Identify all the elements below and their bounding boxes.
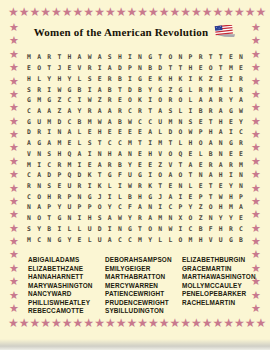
grid-cell[interactable]: W: [54, 84, 64, 95]
grid-cell[interactable]: M: [64, 159, 74, 170]
grid-cell[interactable]: C: [24, 191, 34, 202]
grid-cell[interactable]: D: [74, 170, 84, 181]
grid-cell[interactable]: Y: [105, 202, 115, 213]
grid-cell[interactable]: Y: [44, 73, 54, 84]
grid-cell[interactable]: D: [44, 170, 54, 181]
grid-cell[interactable]: E: [226, 52, 236, 63]
grid-cell[interactable]: E: [64, 63, 74, 74]
grid-cell[interactable]: I: [155, 202, 165, 213]
grid-cell[interactable]: O: [196, 138, 206, 149]
grid-cell[interactable]: P: [64, 191, 74, 202]
grid-cell[interactable]: M: [24, 52, 34, 63]
grid-cell[interactable]: E: [216, 181, 226, 192]
grid-cell[interactable]: M: [34, 95, 44, 106]
grid-cell[interactable]: N: [236, 52, 246, 63]
grid-cell[interactable]: E: [226, 149, 236, 160]
grid-cell[interactable]: C: [64, 116, 74, 127]
grid-cell[interactable]: G: [145, 52, 155, 63]
grid-cell[interactable]: I: [125, 73, 135, 84]
grid-cell[interactable]: Z: [155, 159, 165, 170]
grid-cell[interactable]: O: [34, 213, 44, 224]
grid-cell[interactable]: W: [216, 191, 226, 202]
grid-cell[interactable]: R: [74, 181, 84, 192]
grid-cell[interactable]: T: [155, 52, 165, 63]
grid-cell[interactable]: P: [196, 191, 206, 202]
grid-cell[interactable]: A: [206, 138, 216, 149]
grid-cell[interactable]: R: [135, 106, 145, 117]
grid-cell[interactable]: G: [44, 95, 54, 106]
grid-cell[interactable]: P: [125, 63, 135, 74]
grid-cell[interactable]: M: [54, 138, 64, 149]
grid-cell[interactable]: I: [44, 84, 54, 95]
grid-cell[interactable]: L: [74, 224, 84, 235]
grid-cell[interactable]: S: [185, 116, 195, 127]
grid-cell[interactable]: S: [24, 84, 34, 95]
grid-cell[interactable]: G: [135, 73, 145, 84]
grid-cell[interactable]: G: [105, 170, 115, 181]
grid-cell[interactable]: A: [74, 149, 84, 160]
grid-cell[interactable]: H: [226, 191, 236, 202]
grid-cell[interactable]: A: [216, 159, 226, 170]
grid-cell[interactable]: T: [206, 181, 216, 192]
grid-cell[interactable]: R: [216, 95, 226, 106]
grid-cell[interactable]: O: [175, 127, 185, 138]
grid-cell[interactable]: A: [115, 149, 125, 160]
grid-cell[interactable]: W: [115, 213, 125, 224]
grid-cell[interactable]: H: [24, 73, 34, 84]
grid-cell[interactable]: K: [135, 95, 145, 106]
grid-cell[interactable]: E: [74, 234, 84, 245]
grid-cell[interactable]: H: [206, 127, 216, 138]
grid-cell[interactable]: A: [74, 52, 84, 63]
grid-cell[interactable]: M: [125, 138, 135, 149]
grid-cell[interactable]: R: [236, 73, 246, 84]
grid-cell[interactable]: G: [155, 84, 165, 95]
grid-cell[interactable]: E: [135, 127, 145, 138]
grid-cell[interactable]: B: [196, 106, 206, 117]
grid-cell[interactable]: A: [105, 63, 115, 74]
grid-cell[interactable]: V: [155, 149, 165, 160]
grid-cell[interactable]: J: [95, 191, 105, 202]
grid-cell[interactable]: Z: [95, 95, 105, 106]
grid-cell[interactable]: L: [115, 191, 125, 202]
grid-cell[interactable]: C: [105, 138, 115, 149]
grid-cell[interactable]: L: [34, 73, 44, 84]
grid-cell[interactable]: N: [24, 213, 34, 224]
grid-cell[interactable]: A: [236, 95, 246, 106]
grid-cell[interactable]: J: [54, 63, 64, 74]
grid-cell[interactable]: Y: [185, 202, 195, 213]
grid-cell[interactable]: W: [236, 106, 246, 117]
grid-cell[interactable]: R: [196, 84, 206, 95]
grid-cell[interactable]: I: [145, 95, 155, 106]
grid-cell[interactable]: B: [105, 84, 115, 95]
grid-cell[interactable]: Z: [196, 202, 206, 213]
grid-cell[interactable]: E: [145, 159, 155, 170]
grid-cell[interactable]: P: [54, 170, 64, 181]
grid-cell[interactable]: A: [95, 52, 105, 63]
grid-cell[interactable]: A: [95, 106, 105, 117]
grid-cell[interactable]: M: [236, 159, 246, 170]
grid-cell[interactable]: N: [216, 138, 226, 149]
grid-cell[interactable]: E: [196, 116, 206, 127]
grid-cell[interactable]: V: [165, 159, 175, 170]
grid-cell[interactable]: O: [34, 191, 44, 202]
grid-cell[interactable]: G: [226, 106, 236, 117]
grid-cell[interactable]: H: [135, 191, 145, 202]
grid-cell[interactable]: D: [54, 116, 64, 127]
grid-cell[interactable]: R: [34, 127, 44, 138]
grid-cell[interactable]: F: [206, 224, 216, 235]
grid-cell[interactable]: R: [85, 63, 95, 74]
grid-cell[interactable]: F: [115, 170, 125, 181]
grid-cell[interactable]: N: [24, 202, 34, 213]
grid-cell[interactable]: H: [165, 73, 175, 84]
grid-cell[interactable]: N: [64, 213, 74, 224]
grid-cell[interactable]: H: [95, 127, 105, 138]
grid-cell[interactable]: R: [105, 159, 115, 170]
grid-cell[interactable]: K: [85, 170, 95, 181]
grid-cell[interactable]: V: [24, 149, 34, 160]
grid-cell[interactable]: T: [175, 63, 185, 74]
grid-cell[interactable]: G: [135, 170, 145, 181]
grid-cell[interactable]: L: [74, 73, 84, 84]
grid-cell[interactable]: W: [85, 95, 95, 106]
grid-cell[interactable]: I: [44, 127, 54, 138]
grid-cell[interactable]: O: [165, 149, 175, 160]
grid-cell[interactable]: A: [155, 106, 165, 117]
grid-cell[interactable]: E: [185, 149, 195, 160]
grid-cell[interactable]: Z: [54, 106, 64, 117]
grid-cell[interactable]: P: [185, 52, 195, 63]
grid-cell[interactable]: T: [95, 138, 105, 149]
grid-cell[interactable]: O: [175, 170, 185, 181]
grid-cell[interactable]: N: [236, 181, 246, 192]
grid-cell[interactable]: L: [64, 224, 74, 235]
grid-cell[interactable]: T: [206, 116, 216, 127]
grid-cell[interactable]: O: [185, 213, 195, 224]
grid-cell[interactable]: H: [216, 116, 226, 127]
grid-cell[interactable]: G: [226, 138, 236, 149]
grid-cell[interactable]: W: [85, 52, 95, 63]
grid-cell[interactable]: G: [24, 95, 34, 106]
grid-cell[interactable]: B: [236, 234, 246, 245]
grid-cell[interactable]: O: [206, 202, 216, 213]
grid-cell[interactable]: A: [44, 138, 54, 149]
grid-cell[interactable]: G: [175, 84, 185, 95]
grid-cell[interactable]: R: [54, 159, 64, 170]
grid-cell[interactable]: U: [95, 234, 105, 245]
grid-cell[interactable]: E: [145, 73, 155, 84]
grid-cell[interactable]: P: [175, 202, 185, 213]
grid-cell[interactable]: B: [115, 73, 125, 84]
grid-cell[interactable]: Y: [236, 116, 246, 127]
grid-cell[interactable]: E: [135, 159, 145, 170]
grid-cell[interactable]: F: [125, 202, 135, 213]
grid-cell[interactable]: O: [175, 234, 185, 245]
grid-cell[interactable]: K: [145, 181, 155, 192]
grid-cell[interactable]: L: [175, 106, 185, 117]
grid-cell[interactable]: O: [155, 95, 165, 106]
grid-cell[interactable]: E: [236, 63, 246, 74]
grid-cell[interactable]: C: [145, 116, 155, 127]
grid-cell[interactable]: I: [74, 213, 84, 224]
grid-cell[interactable]: C: [125, 234, 135, 245]
grid-cell[interactable]: A: [105, 213, 115, 224]
grid-cell[interactable]: L: [175, 138, 185, 149]
grid-cell[interactable]: U: [85, 224, 95, 235]
grid-cell[interactable]: T: [95, 170, 105, 181]
grid-cell[interactable]: P: [196, 127, 206, 138]
grid-cell[interactable]: N: [165, 213, 175, 224]
grid-cell[interactable]: T: [54, 52, 64, 63]
grid-cell[interactable]: O: [125, 95, 135, 106]
grid-cell[interactable]: U: [64, 181, 74, 192]
grid-cell[interactable]: R: [105, 73, 115, 84]
grid-cell[interactable]: W: [125, 181, 135, 192]
grid-cell[interactable]: M: [24, 234, 34, 245]
grid-cell[interactable]: A: [165, 170, 175, 181]
grid-cell[interactable]: Y: [125, 213, 135, 224]
grid-cell[interactable]: I: [34, 159, 44, 170]
grid-cell[interactable]: Z: [196, 213, 206, 224]
grid-cell[interactable]: R: [206, 106, 216, 117]
grid-cell[interactable]: K: [95, 181, 105, 192]
grid-cell[interactable]: W: [185, 127, 195, 138]
grid-cell[interactable]: O: [155, 170, 165, 181]
grid-cell[interactable]: H: [54, 149, 64, 160]
grid-cell[interactable]: R: [135, 181, 145, 192]
grid-cell[interactable]: R: [196, 52, 206, 63]
grid-cell[interactable]: H: [145, 149, 155, 160]
grid-cell[interactable]: Z: [54, 95, 64, 106]
grid-cell[interactable]: I: [125, 52, 135, 63]
grid-cell[interactable]: N: [54, 127, 64, 138]
grid-cell[interactable]: M: [155, 138, 165, 149]
grid-cell[interactable]: N: [196, 170, 206, 181]
grid-cell[interactable]: D: [125, 84, 135, 95]
grid-cell[interactable]: C: [236, 127, 246, 138]
grid-cell[interactable]: H: [196, 234, 206, 245]
grid-cell[interactable]: T: [216, 52, 226, 63]
grid-cell[interactable]: A: [185, 159, 195, 170]
grid-cell[interactable]: G: [24, 116, 34, 127]
grid-cell[interactable]: C: [24, 170, 34, 181]
grid-cell[interactable]: A: [145, 213, 155, 224]
grid-cell[interactable]: E: [125, 127, 135, 138]
grid-cell[interactable]: S: [95, 213, 105, 224]
grid-cell[interactable]: H: [105, 149, 115, 160]
grid-cell[interactable]: V: [74, 63, 84, 74]
grid-cell[interactable]: A: [105, 116, 115, 127]
grid-cell[interactable]: I: [185, 106, 195, 117]
grid-cell[interactable]: A: [165, 191, 175, 202]
grid-cell[interactable]: Y: [64, 73, 74, 84]
grid-cell[interactable]: L: [226, 84, 236, 95]
grid-cell[interactable]: L: [185, 181, 195, 192]
grid-cell[interactable]: C: [135, 116, 145, 127]
grid-cell[interactable]: L: [155, 127, 165, 138]
grid-cell[interactable]: M: [155, 213, 165, 224]
grid-cell[interactable]: O: [206, 63, 216, 74]
grid-cell[interactable]: N: [216, 84, 226, 95]
grid-cell[interactable]: L: [74, 138, 84, 149]
grid-cell[interactable]: E: [185, 191, 195, 202]
grid-cell[interactable]: L: [155, 234, 165, 245]
grid-cell[interactable]: T: [165, 63, 175, 74]
grid-cell[interactable]: E: [196, 159, 206, 170]
grid-cell[interactable]: E: [85, 127, 95, 138]
grid-cell[interactable]: Y: [145, 84, 155, 95]
grid-cell[interactable]: H: [115, 52, 125, 63]
grid-cell[interactable]: L: [185, 95, 195, 106]
grid-cell[interactable]: H: [54, 73, 64, 84]
grid-cell[interactable]: S: [85, 73, 95, 84]
grid-cell[interactable]: D: [165, 127, 175, 138]
grid-cell[interactable]: I: [105, 224, 115, 235]
grid-cell[interactable]: Q: [64, 170, 74, 181]
grid-cell[interactable]: E: [226, 116, 236, 127]
grid-cell[interactable]: I: [115, 181, 125, 192]
grid-cell[interactable]: I: [85, 181, 95, 192]
grid-cell[interactable]: I: [175, 191, 185, 202]
grid-cell[interactable]: A: [105, 234, 115, 245]
grid-cell[interactable]: E: [236, 213, 246, 224]
grid-cell[interactable]: I: [175, 224, 185, 235]
grid-cell[interactable]: I: [226, 170, 236, 181]
grid-cell[interactable]: D: [115, 63, 125, 74]
word-search-grid[interactable]: MARTHAWASHINGTONPRTTENEOTJEVRIADPNBDTTHE…: [24, 52, 246, 245]
grid-cell[interactable]: R: [105, 95, 115, 106]
grid-cell[interactable]: A: [34, 52, 44, 63]
grid-cell[interactable]: N: [135, 63, 145, 74]
grid-cell[interactable]: L: [105, 181, 115, 192]
grid-cell[interactable]: A: [216, 127, 226, 138]
grid-cell[interactable]: I: [95, 63, 105, 74]
grid-cell[interactable]: G: [64, 84, 74, 95]
grid-cell[interactable]: R: [165, 95, 175, 106]
grid-cell[interactable]: C: [44, 159, 54, 170]
grid-cell[interactable]: B: [196, 224, 206, 235]
grid-cell[interactable]: A: [206, 95, 216, 106]
grid-cell[interactable]: E: [85, 159, 95, 170]
grid-cell[interactable]: K: [155, 73, 165, 84]
grid-cell[interactable]: Y: [74, 106, 84, 117]
grid-cell[interactable]: L: [74, 127, 84, 138]
grid-cell[interactable]: W: [165, 224, 175, 235]
grid-cell[interactable]: O: [34, 63, 44, 74]
grid-cell[interactable]: A: [206, 170, 216, 181]
grid-cell[interactable]: B: [74, 116, 84, 127]
grid-cell[interactable]: S: [24, 224, 34, 235]
grid-cell[interactable]: C: [165, 202, 175, 213]
grid-cell[interactable]: S: [44, 181, 54, 192]
grid-cell[interactable]: P: [44, 202, 54, 213]
grid-cell[interactable]: E: [115, 127, 125, 138]
grid-cell[interactable]: A: [145, 127, 155, 138]
grid-cell[interactable]: N: [175, 52, 185, 63]
grid-cell[interactable]: I: [54, 224, 64, 235]
grid-cell[interactable]: E: [196, 181, 206, 192]
grid-cell[interactable]: T: [115, 84, 125, 95]
grid-cell[interactable]: I: [145, 170, 155, 181]
grid-cell[interactable]: L: [196, 149, 206, 160]
grid-cell[interactable]: H: [44, 191, 54, 202]
grid-cell[interactable]: Z: [165, 84, 175, 95]
grid-cell[interactable]: N: [44, 234, 54, 245]
grid-cell[interactable]: C: [115, 138, 125, 149]
grid-cell[interactable]: H: [216, 170, 226, 181]
grid-cell[interactable]: B: [135, 84, 145, 95]
grid-cell[interactable]: W: [95, 116, 105, 127]
grid-cell[interactable]: R: [226, 159, 236, 170]
grid-cell[interactable]: M: [44, 116, 54, 127]
grid-cell[interactable]: B: [74, 84, 84, 95]
grid-cell[interactable]: T: [206, 52, 216, 63]
grid-cell[interactable]: N: [115, 224, 125, 235]
grid-cell[interactable]: Y: [54, 202, 64, 213]
grid-cell[interactable]: C: [34, 234, 44, 245]
grid-cell[interactable]: T: [206, 191, 216, 202]
grid-cell[interactable]: M: [85, 116, 95, 127]
grid-cell[interactable]: T: [135, 138, 145, 149]
grid-cell[interactable]: I: [74, 159, 84, 170]
grid-cell[interactable]: G: [226, 234, 236, 245]
grid-cell[interactable]: Z: [206, 73, 216, 84]
grid-cell[interactable]: A: [236, 202, 246, 213]
grid-cell[interactable]: S: [165, 106, 175, 117]
grid-cell[interactable]: H: [85, 213, 95, 224]
grid-cell[interactable]: E: [165, 181, 175, 192]
grid-cell[interactable]: Y: [226, 213, 236, 224]
grid-cell[interactable]: Y: [226, 181, 236, 192]
grid-cell[interactable]: U: [64, 202, 74, 213]
grid-cell[interactable]: P: [236, 191, 246, 202]
grid-cell[interactable]: D: [155, 63, 165, 74]
grid-cell[interactable]: N: [34, 149, 44, 160]
grid-cell[interactable]: S: [105, 52, 115, 63]
grid-cell[interactable]: K: [175, 73, 185, 84]
grid-cell[interactable]: A: [64, 106, 74, 117]
grid-cell[interactable]: B: [125, 191, 135, 202]
grid-cell[interactable]: X: [175, 213, 185, 224]
grid-cell[interactable]: G: [125, 224, 135, 235]
grid-cell[interactable]: A: [216, 106, 226, 117]
grid-cell[interactable]: H: [216, 224, 226, 235]
grid-cell[interactable]: H: [64, 52, 74, 63]
grid-cell[interactable]: N: [145, 202, 155, 213]
grid-cell[interactable]: I: [145, 138, 155, 149]
grid-cell[interactable]: C: [24, 106, 34, 117]
grid-cell[interactable]: M: [135, 234, 145, 245]
grid-cell[interactable]: L: [165, 234, 175, 245]
grid-cell[interactable]: S: [85, 138, 95, 149]
grid-cell[interactable]: C: [115, 234, 125, 245]
grid-cell[interactable]: Y: [216, 213, 226, 224]
grid-cell[interactable]: R: [135, 213, 145, 224]
grid-cell[interactable]: M: [206, 84, 216, 95]
grid-cell[interactable]: E: [135, 149, 145, 160]
grid-cell[interactable]: I: [74, 95, 84, 106]
grid-cell[interactable]: E: [196, 63, 206, 74]
grid-cell[interactable]: G: [34, 138, 44, 149]
grid-cell[interactable]: U: [125, 170, 135, 181]
grid-cell[interactable]: N: [206, 213, 216, 224]
grid-cell[interactable]: E: [115, 95, 125, 106]
grid-cell[interactable]: R: [115, 106, 125, 117]
grid-cell[interactable]: U: [216, 234, 226, 245]
grid-cell[interactable]: N: [175, 181, 185, 192]
